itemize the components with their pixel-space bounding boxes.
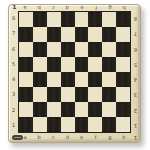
bottom-file-label-b: b [32,133,46,142]
square-c4[interactable] [47,72,61,87]
square-d6[interactable] [61,42,75,57]
square-e7[interactable] [75,27,89,42]
square-a3[interactable] [19,87,33,102]
square-d3[interactable] [61,87,75,102]
right-rank-label-1: 1 [131,118,140,133]
square-b7[interactable] [33,27,47,42]
square-h8[interactable] [116,12,130,27]
right-rank-label-2: 2 [131,103,140,118]
square-g7[interactable] [102,27,116,42]
square-e5[interactable] [75,57,89,72]
board-grid [18,11,131,133]
square-e3[interactable] [75,87,89,102]
square-c8[interactable] [47,12,61,27]
brand-logo-stamp [12,135,23,140]
left-rank-label-5: 5 [9,57,18,72]
square-e1[interactable] [75,117,89,132]
right-rank-label-7: 7 [131,26,140,41]
square-f4[interactable] [88,72,102,87]
square-d5[interactable] [61,57,75,72]
square-d4[interactable] [61,72,75,87]
bottom-file-label-g: g [103,133,117,142]
chess-board: 1 abcdefgh 87654321 87654321 abcdefgh 1 [8,4,141,143]
square-e2[interactable] [75,102,89,117]
square-f1[interactable] [88,117,102,132]
square-e4[interactable] [75,72,89,87]
right-rank-label-5: 5 [131,57,140,72]
file-labels-bottom: abcdefgh [18,133,131,142]
square-b6[interactable] [33,42,47,57]
square-d8[interactable] [61,12,75,27]
square-g4[interactable] [102,72,116,87]
square-d7[interactable] [61,27,75,42]
bottom-file-label-c: c [46,133,60,142]
rank-labels-left: 87654321 [9,11,18,133]
square-b4[interactable] [33,72,47,87]
left-rank-label-3: 3 [9,87,18,102]
bottom-file-label-e: e [75,133,89,142]
right-rank-label-3: 3 [131,87,140,102]
square-f6[interactable] [88,42,102,57]
square-e8[interactable] [75,12,89,27]
square-c7[interactable] [47,27,61,42]
right-rank-label-6: 6 [131,42,140,57]
square-a7[interactable] [19,27,33,42]
square-f3[interactable] [88,87,102,102]
left-rank-label-4: 4 [9,72,18,87]
square-h7[interactable] [116,27,130,42]
left-rank-label-7: 7 [9,26,18,41]
square-h4[interactable] [116,72,130,87]
left-rank-label-6: 6 [9,42,18,57]
square-d2[interactable] [61,102,75,117]
square-f2[interactable] [88,102,102,117]
bottom-file-label-d: d [60,133,74,142]
square-g1[interactable] [102,117,116,132]
square-h5[interactable] [116,57,130,72]
square-h3[interactable] [116,87,130,102]
bottom-file-label-f: f [89,133,103,142]
square-c2[interactable] [47,102,61,117]
square-g2[interactable] [102,102,116,117]
square-c3[interactable] [47,87,61,102]
square-b5[interactable] [33,57,47,72]
square-f7[interactable] [88,27,102,42]
square-f5[interactable] [88,57,102,72]
square-a6[interactable] [19,42,33,57]
right-rank-label-4: 4 [131,72,140,87]
left-rank-label-1: 1 [9,118,18,133]
square-b1[interactable] [33,117,47,132]
square-a2[interactable] [19,102,33,117]
square-a1[interactable] [19,117,33,132]
square-g8[interactable] [102,12,116,27]
square-f8[interactable] [88,12,102,27]
square-a4[interactable] [19,72,33,87]
square-h1[interactable] [116,117,130,132]
square-b8[interactable] [33,12,47,27]
square-a8[interactable] [19,12,33,27]
rank-labels-right: 87654321 [131,11,140,133]
square-g6[interactable] [102,42,116,57]
square-g5[interactable] [102,57,116,72]
square-e6[interactable] [75,42,89,57]
square-g3[interactable] [102,87,116,102]
bottom-file-label-h: h [117,133,131,142]
square-b2[interactable] [33,102,47,117]
square-c1[interactable] [47,117,61,132]
right-rank-label-8: 8 [131,11,140,26]
square-h6[interactable] [116,42,130,57]
left-rank-label-8: 8 [9,11,18,26]
square-c5[interactable] [47,57,61,72]
square-d1[interactable] [61,117,75,132]
corner-label-bottom-right: 1 [132,133,139,142]
left-rank-label-2: 2 [9,103,18,118]
square-b3[interactable] [33,87,47,102]
square-h2[interactable] [116,102,130,117]
square-a5[interactable] [19,57,33,72]
square-c6[interactable] [47,42,61,57]
